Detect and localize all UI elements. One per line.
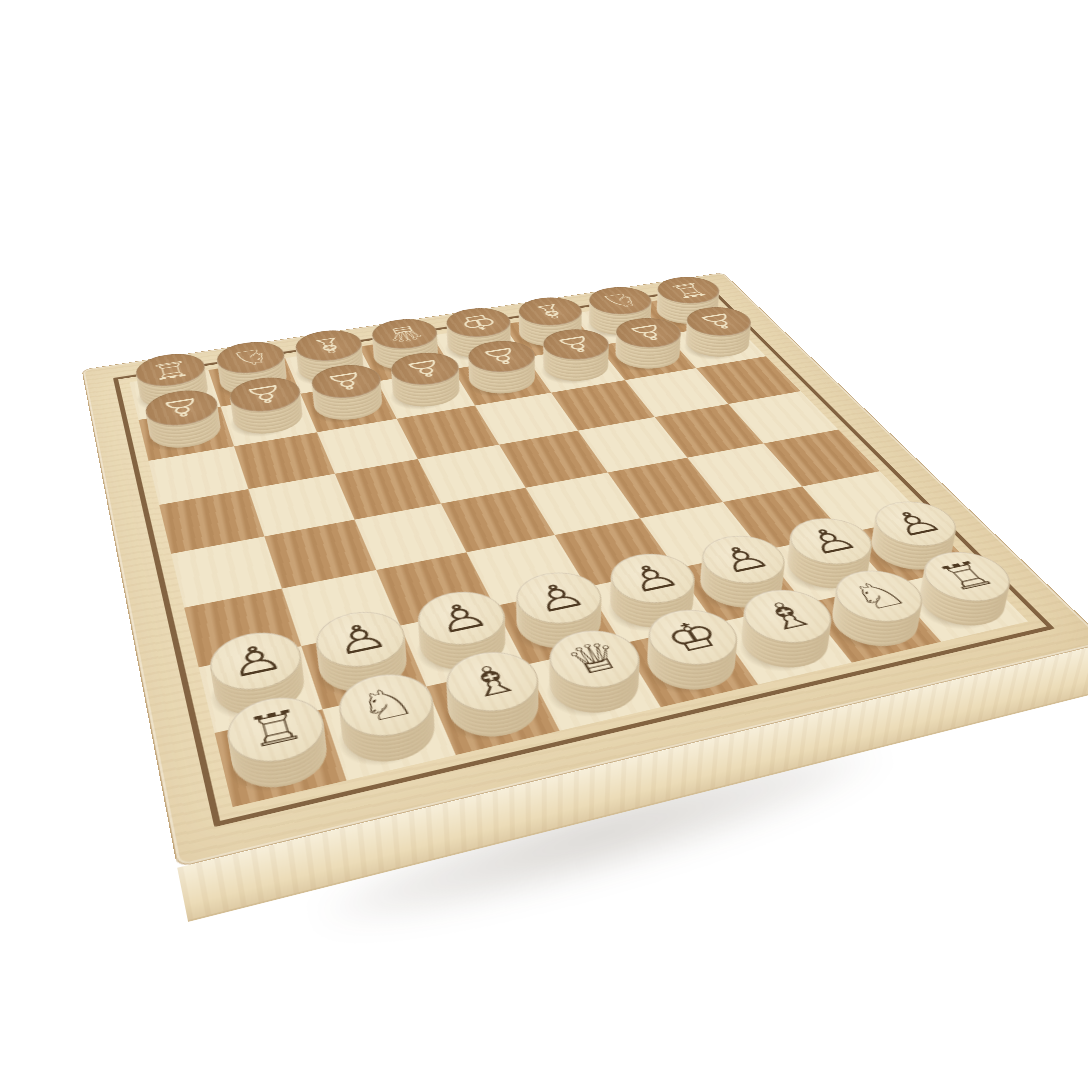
piece-white-knight-g1: ♘ bbox=[817, 592, 933, 658]
black-pawn-icon: ♙ bbox=[623, 321, 675, 345]
white-pawn-icon: ♙ bbox=[224, 637, 288, 684]
piece-black-pawn-e7: ♙ bbox=[461, 361, 543, 401]
white-pawn-icon: ♙ bbox=[328, 616, 393, 661]
black-king-icon: ♔ bbox=[454, 311, 503, 335]
piece-white-bishop-c1: ♗ bbox=[438, 673, 551, 749]
white-pawn-icon: ♙ bbox=[619, 557, 686, 598]
chess-board: ♖♘♗♕♔♗♘♖♙♙♙♙♙♙♙♙♙♙♙♙♙♙♙♙♖♘♗♕♔♗♘♖ bbox=[90, 312, 1088, 920]
white-rook-icon: ♖ bbox=[930, 556, 1003, 597]
black-pawn-icon: ♙ bbox=[400, 356, 451, 383]
white-pawn-icon: ♙ bbox=[525, 576, 592, 618]
black-pawn-icon: ♙ bbox=[241, 381, 291, 409]
piece-black-pawn-d7: ♙ bbox=[386, 373, 468, 415]
white-rook-icon: ♖ bbox=[242, 702, 310, 755]
black-bishop-icon: ♗ bbox=[526, 300, 575, 323]
piece-white-king-e1: ♔ bbox=[634, 631, 748, 702]
piece-black-pawn-g7: ♙ bbox=[606, 338, 689, 376]
black-pawn-icon: ♙ bbox=[551, 332, 603, 357]
black-queen-icon: ♕ bbox=[381, 322, 429, 346]
white-queen-icon: ♕ bbox=[559, 635, 630, 682]
piece-black-pawn-b7: ♙ bbox=[228, 398, 309, 442]
black-pawn-icon: ♙ bbox=[693, 310, 745, 334]
white-bishop-icon: ♗ bbox=[751, 594, 823, 638]
scene: ♖♘♗♕♔♗♘♖♙♙♙♙♙♙♙♙♙♙♙♙♙♙♙♙♖♘♗♕♔♗♘♖ bbox=[0, 0, 1088, 1088]
white-pawn-icon: ♙ bbox=[881, 505, 950, 542]
white-pawn-icon: ♙ bbox=[709, 539, 777, 578]
piece-black-pawn-f7: ♙ bbox=[535, 349, 618, 388]
product-photo-background: ♖♘♗♕♔♗♘♖♙♙♙♙♙♙♙♙♙♙♙♙♙♙♙♙♖♘♗♕♔♗♘♖ bbox=[0, 0, 1088, 1088]
black-rook-icon: ♖ bbox=[147, 357, 194, 384]
piece-white-queen-d1: ♕ bbox=[538, 651, 652, 724]
white-bishop-icon: ♗ bbox=[457, 656, 527, 705]
black-pawn-icon: ♙ bbox=[322, 368, 372, 395]
black-knight-icon: ♘ bbox=[596, 290, 646, 313]
piece-white-rook-a1: ♖ bbox=[225, 718, 336, 800]
white-knight-icon: ♘ bbox=[842, 574, 915, 616]
white-knight-icon: ♘ bbox=[352, 679, 421, 730]
white-pawn-icon: ♙ bbox=[796, 522, 864, 560]
piece-black-pawn-a7: ♙ bbox=[146, 411, 226, 456]
white-pawn-icon: ♙ bbox=[429, 596, 495, 640]
piece-black-pawn-h7: ♙ bbox=[676, 327, 760, 364]
white-king-icon: ♔ bbox=[657, 614, 729, 659]
piece-white-knight-b1: ♘ bbox=[334, 695, 446, 774]
black-pawn-icon: ♙ bbox=[157, 394, 206, 423]
piece-white-bishop-f1: ♗ bbox=[727, 611, 842, 679]
piece-black-pawn-c7: ♙ bbox=[308, 385, 389, 428]
black-rook-icon: ♖ bbox=[664, 280, 714, 302]
black-bishop-icon: ♗ bbox=[305, 333, 353, 358]
black-knight-icon: ♘ bbox=[227, 345, 274, 371]
black-pawn-icon: ♙ bbox=[476, 344, 527, 370]
